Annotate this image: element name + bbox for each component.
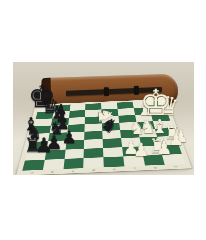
chess-set-product-photo[interactable]: abcdefgh ♚♛♝♟♟♟♝♞♞♜♟♟♟♞♞♚♛♝♞♝♞♜♜♟♟♟♟♟ xyxy=(13,62,194,175)
black-pawn: ♟ xyxy=(35,135,53,155)
pieces-layer: ♚♛♝♟♟♟♝♞♞♜♟♟♟♞♞♚♛♝♞♝♞♜♜♟♟♟♟♟ xyxy=(13,62,194,175)
page-background: abcdefgh ♚♛♝♟♟♟♝♞♞♜♟♟♟♞♞♚♛♝♞♝♞♜♜♟♟♟♟♟ xyxy=(0,0,206,240)
black-pawn: ♟ xyxy=(61,129,76,146)
white-pawn: ♟ xyxy=(133,141,149,159)
white-pawn: ♟ xyxy=(156,139,172,157)
white-knight: ♞ xyxy=(129,119,145,137)
